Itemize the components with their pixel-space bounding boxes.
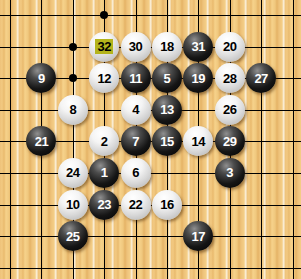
move-number: 32 bbox=[95, 39, 112, 54]
move-number: 17 bbox=[191, 230, 206, 243]
black-stone-move-9: 9 bbox=[26, 63, 56, 93]
move-number: 22 bbox=[128, 198, 143, 211]
move-number: 3 bbox=[225, 166, 234, 179]
go-board[interactable]: 3230183120912115192827841326212715142924… bbox=[0, 0, 301, 279]
move-number: 16 bbox=[159, 198, 174, 211]
white-stone-move-30: 30 bbox=[121, 32, 151, 62]
black-stone-move-23: 23 bbox=[89, 190, 119, 220]
move-number: 2 bbox=[100, 135, 109, 148]
black-stone-move-31: 31 bbox=[183, 32, 213, 62]
white-stone-move-14: 14 bbox=[183, 126, 213, 156]
move-number: 30 bbox=[128, 40, 143, 53]
white-stone-move-22: 22 bbox=[121, 190, 151, 220]
white-stone-move-16: 16 bbox=[152, 190, 182, 220]
marker-dot bbox=[69, 43, 77, 51]
white-stone-move-26: 26 bbox=[215, 95, 245, 125]
move-number: 25 bbox=[65, 230, 80, 243]
move-number: 11 bbox=[128, 72, 143, 85]
move-number: 20 bbox=[222, 40, 237, 53]
move-number: 23 bbox=[96, 198, 111, 211]
white-stone-move-4: 4 bbox=[121, 95, 151, 125]
move-number: 27 bbox=[253, 72, 268, 85]
move-number: 28 bbox=[222, 72, 237, 85]
white-stone-move-2: 2 bbox=[89, 126, 119, 156]
black-stone-move-27: 27 bbox=[246, 63, 276, 93]
black-stone-move-3: 3 bbox=[215, 158, 245, 188]
black-stone-move-19: 19 bbox=[183, 63, 213, 93]
white-stone-move-28: 28 bbox=[215, 63, 245, 93]
white-stone-move-6: 6 bbox=[121, 158, 151, 188]
white-stone-move-18: 18 bbox=[152, 32, 182, 62]
black-stone-move-7: 7 bbox=[121, 126, 151, 156]
black-stone-move-1: 1 bbox=[89, 158, 119, 188]
move-number: 4 bbox=[131, 103, 140, 116]
white-stone-move-24: 24 bbox=[58, 158, 88, 188]
black-stone-move-29: 29 bbox=[215, 126, 245, 156]
move-number: 31 bbox=[191, 40, 206, 53]
marker-dot bbox=[69, 74, 77, 82]
move-number: 13 bbox=[159, 103, 174, 116]
move-number: 1 bbox=[100, 166, 109, 179]
move-number: 21 bbox=[34, 135, 49, 148]
black-stone-move-21: 21 bbox=[26, 126, 56, 156]
move-number: 24 bbox=[65, 166, 80, 179]
move-number: 15 bbox=[159, 135, 174, 148]
move-number: 26 bbox=[222, 103, 237, 116]
move-number: 9 bbox=[37, 72, 46, 85]
black-stone-move-13: 13 bbox=[152, 95, 182, 125]
move-number: 6 bbox=[131, 166, 140, 179]
black-stone-move-17: 17 bbox=[183, 221, 213, 251]
move-number: 12 bbox=[96, 72, 111, 85]
black-stone-move-15: 15 bbox=[152, 126, 182, 156]
move-number: 29 bbox=[222, 135, 237, 148]
black-stone-move-5: 5 bbox=[152, 63, 182, 93]
black-stone-move-25: 25 bbox=[58, 221, 88, 251]
move-number: 10 bbox=[65, 198, 80, 211]
white-stone-move-32: 32 bbox=[89, 32, 119, 62]
move-number: 14 bbox=[191, 135, 206, 148]
black-stone-move-11: 11 bbox=[121, 63, 151, 93]
white-stone-move-12: 12 bbox=[89, 63, 119, 93]
stone-grid: 3230183120912115192827841326212715142924… bbox=[0, 0, 301, 279]
move-number: 5 bbox=[163, 72, 172, 85]
white-stone-move-10: 10 bbox=[58, 190, 88, 220]
white-stone-move-20: 20 bbox=[215, 32, 245, 62]
move-number: 8 bbox=[68, 103, 77, 116]
move-number: 18 bbox=[159, 40, 174, 53]
white-stone-move-8: 8 bbox=[58, 95, 88, 125]
move-number: 7 bbox=[131, 135, 140, 148]
marker-dot bbox=[100, 11, 108, 19]
move-number: 19 bbox=[191, 72, 206, 85]
